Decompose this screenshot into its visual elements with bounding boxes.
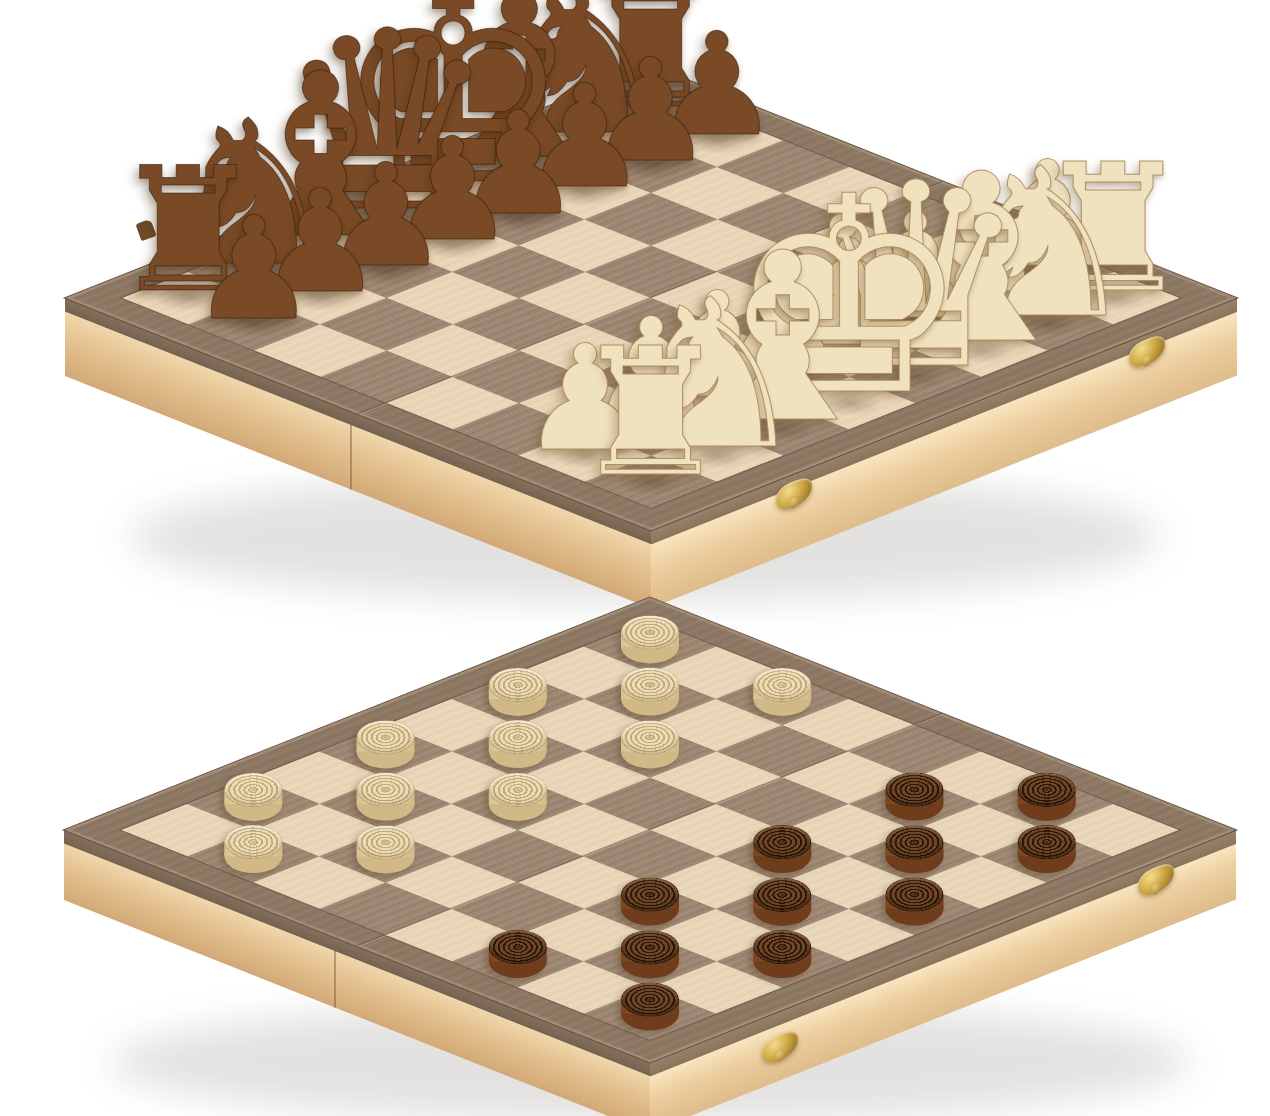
brass-clasp-icon <box>762 1027 798 1067</box>
product-photo: ♜♞♟♝♟♚♟♛♟♝♟♞♟♟♜♟♟♜♟♟♞♟♝♟♛♟♚♟♝♟♞♜ <box>0 0 1270 1116</box>
checker-top <box>621 983 679 1017</box>
checker-dark <box>885 878 943 926</box>
checker-light <box>224 773 282 821</box>
checker-light <box>357 773 415 821</box>
checker-top <box>224 825 282 859</box>
fold-seam-side <box>334 950 336 1008</box>
checker-top <box>357 773 415 807</box>
checker-light <box>357 720 415 768</box>
checker-top <box>753 825 811 859</box>
checkers-board-top <box>65 598 1236 1063</box>
checker-dark <box>1018 773 1076 821</box>
checker-dark <box>753 878 811 926</box>
checker-light <box>621 615 679 663</box>
checker-light <box>489 668 547 716</box>
checker-dark <box>885 773 943 821</box>
checker-dark <box>1018 825 1076 873</box>
checker-light <box>621 720 679 768</box>
checker-dark <box>621 878 679 926</box>
checker-light <box>621 668 679 716</box>
checker-top <box>621 930 679 964</box>
checker-top <box>621 668 679 702</box>
checker-dark <box>753 930 811 978</box>
checker-dark <box>621 983 679 1031</box>
checker-top <box>357 825 415 859</box>
checker-top <box>753 668 811 702</box>
checker-dark <box>885 825 943 873</box>
checker-light <box>489 773 547 821</box>
checker-light <box>489 720 547 768</box>
checker-dark <box>489 930 547 978</box>
checker-top <box>621 615 679 649</box>
checker-top <box>621 878 679 912</box>
checker-top <box>885 825 943 859</box>
checker-top <box>489 773 547 807</box>
checker-top <box>224 773 282 807</box>
checker-top <box>1018 773 1076 807</box>
checker-light <box>224 825 282 873</box>
checker-dark <box>621 930 679 978</box>
checker-top <box>489 930 547 964</box>
checker-top <box>1018 825 1076 859</box>
checker-top <box>357 720 415 754</box>
checker-dark <box>753 825 811 873</box>
checker-top <box>489 720 547 754</box>
checker-light <box>357 825 415 873</box>
checker-top <box>621 720 679 754</box>
checker-top <box>885 878 943 912</box>
checkers-board-scene <box>0 0 1270 1116</box>
checker-top <box>489 668 547 702</box>
checker-light <box>753 668 811 716</box>
checker-top <box>753 878 811 912</box>
checker-top <box>753 930 811 964</box>
checker-top <box>885 773 943 807</box>
